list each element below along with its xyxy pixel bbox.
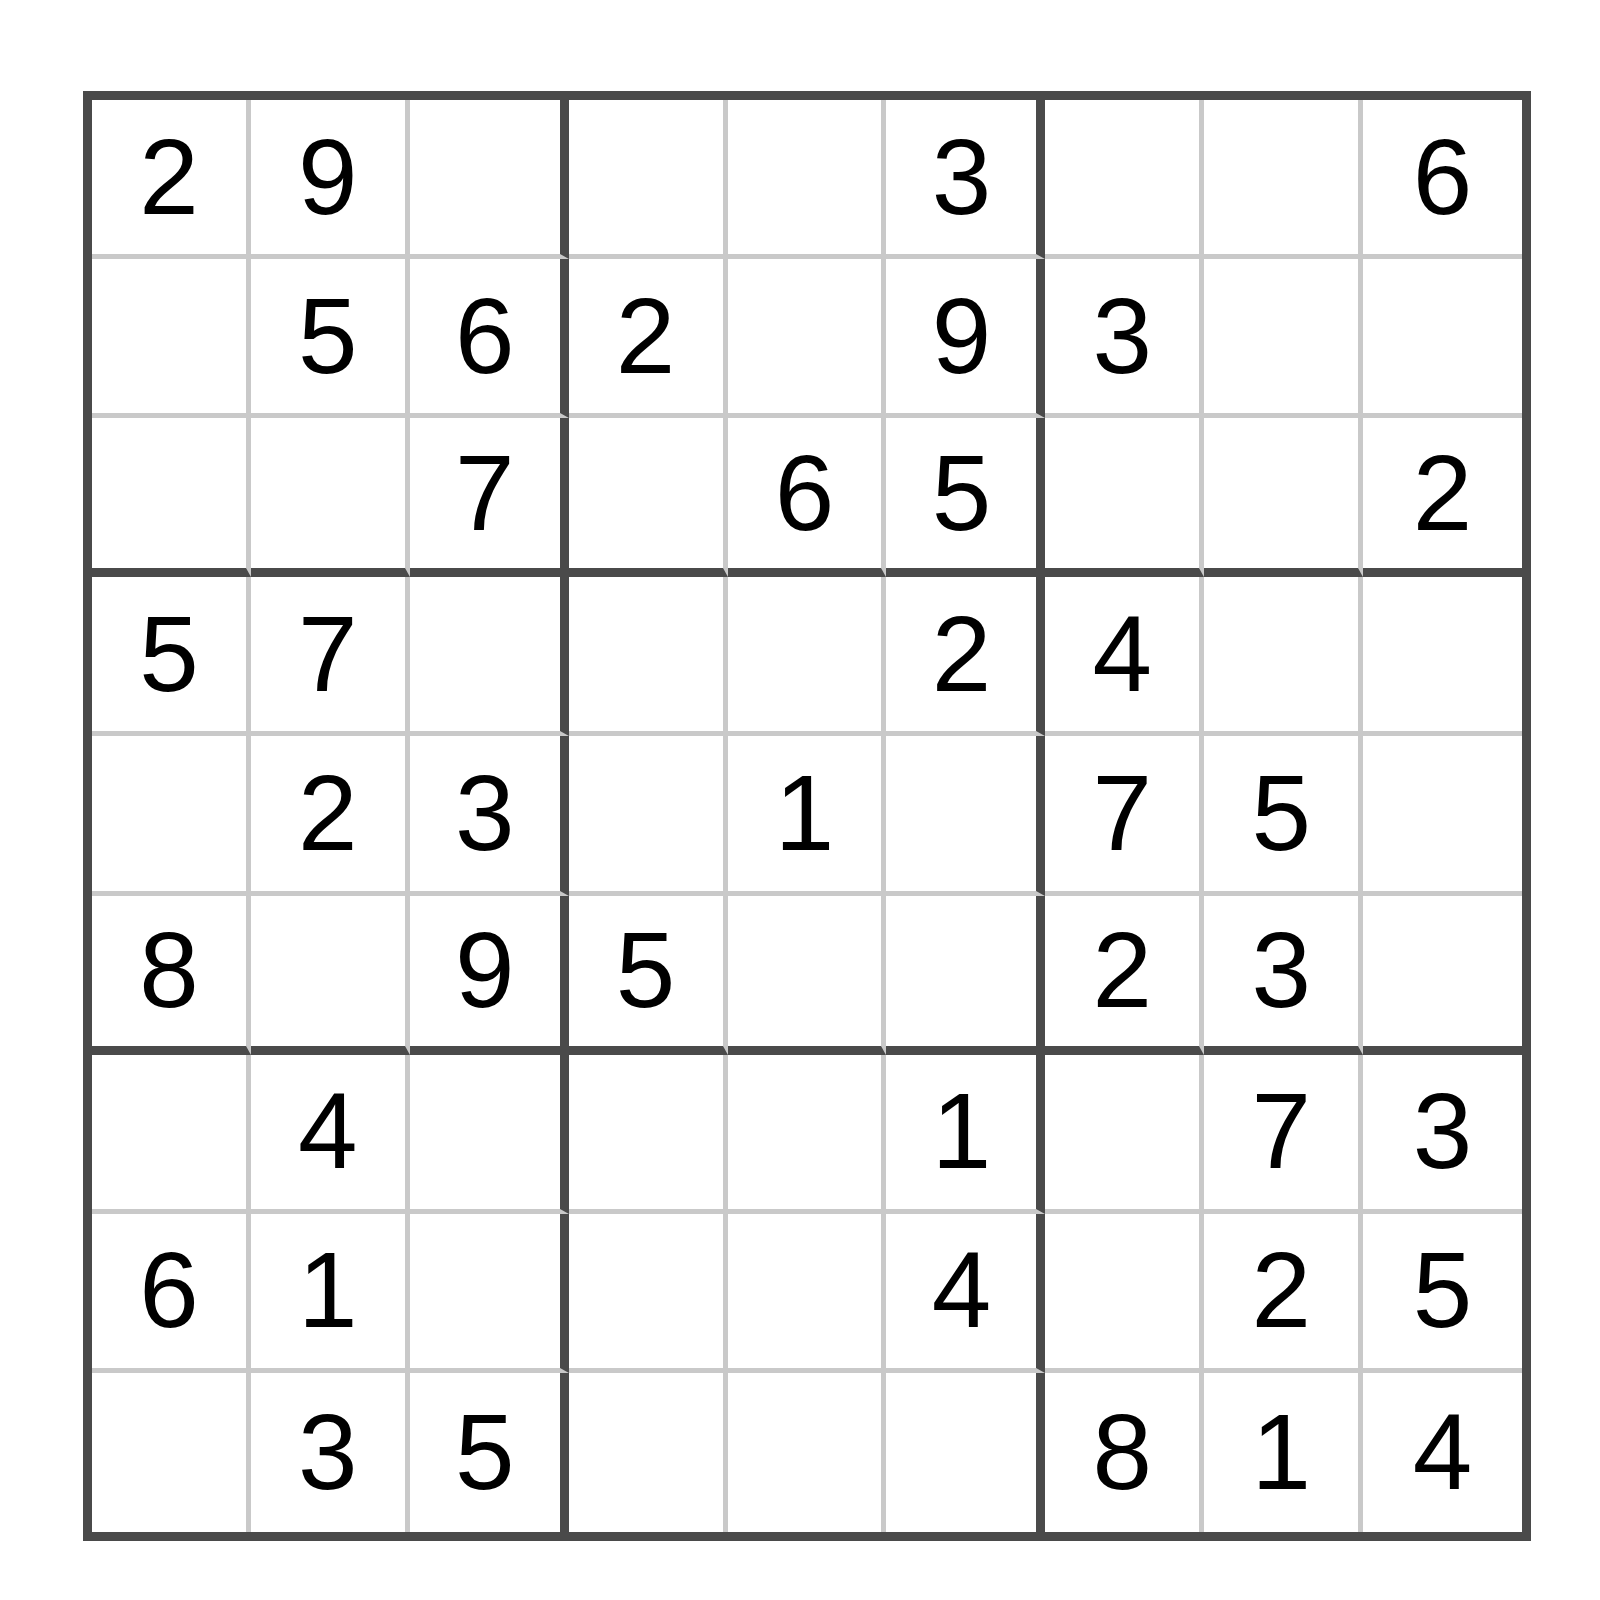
cell-r2c4[interactable]: 2: [569, 259, 728, 418]
cell-r2c6[interactable]: 9: [886, 259, 1045, 418]
cell-r2c9[interactable]: [1363, 259, 1522, 418]
cell-r2c7[interactable]: 3: [1045, 259, 1204, 418]
cell-r4c6[interactable]: 2: [886, 577, 1045, 736]
cell-r5c7[interactable]: 7: [1045, 736, 1204, 895]
cell-r1c9[interactable]: 6: [1363, 100, 1522, 259]
cell-r6c8[interactable]: 3: [1204, 896, 1363, 1055]
cell-r7c9[interactable]: 3: [1363, 1055, 1522, 1214]
cell-r8c8[interactable]: 2: [1204, 1214, 1363, 1373]
cell-r1c1[interactable]: 2: [92, 100, 251, 259]
cell-r6c1[interactable]: 8: [92, 896, 251, 1055]
sudoku-board: 2936562937652572423175895234173614253581…: [83, 91, 1531, 1541]
cell-r4c7[interactable]: 4: [1045, 577, 1204, 736]
cell-r7c6[interactable]: 1: [886, 1055, 1045, 1214]
cell-r2c8[interactable]: [1204, 259, 1363, 418]
cell-r6c4[interactable]: 5: [569, 896, 728, 1055]
cell-r8c3[interactable]: [410, 1214, 569, 1373]
cell-r2c2[interactable]: 5: [251, 259, 410, 418]
cell-r4c4[interactable]: [569, 577, 728, 736]
cell-r8c1[interactable]: 6: [92, 1214, 251, 1373]
cell-r8c4[interactable]: [569, 1214, 728, 1373]
cell-r3c7[interactable]: [1045, 418, 1204, 577]
cell-r8c2[interactable]: 1: [251, 1214, 410, 1373]
cell-r3c2[interactable]: [251, 418, 410, 577]
cell-r3c6[interactable]: 5: [886, 418, 1045, 577]
cell-r3c5[interactable]: 6: [728, 418, 887, 577]
cell-r7c1[interactable]: [92, 1055, 251, 1214]
cell-r3c1[interactable]: [92, 418, 251, 577]
cell-r7c4[interactable]: [569, 1055, 728, 1214]
cell-r8c5[interactable]: [728, 1214, 887, 1373]
page: 2936562937652572423175895234173614253581…: [0, 0, 1600, 1600]
cell-r4c1[interactable]: 5: [92, 577, 251, 736]
cell-r5c1[interactable]: [92, 736, 251, 895]
cell-r9c8[interactable]: 1: [1204, 1373, 1363, 1532]
cell-r7c5[interactable]: [728, 1055, 887, 1214]
cell-r7c3[interactable]: [410, 1055, 569, 1214]
cell-r5c2[interactable]: 2: [251, 736, 410, 895]
cell-r1c3[interactable]: [410, 100, 569, 259]
cell-r6c3[interactable]: 9: [410, 896, 569, 1055]
cell-r7c7[interactable]: [1045, 1055, 1204, 1214]
cell-r3c3[interactable]: 7: [410, 418, 569, 577]
cell-r4c9[interactable]: [1363, 577, 1522, 736]
cell-r7c2[interactable]: 4: [251, 1055, 410, 1214]
cell-r1c4[interactable]: [569, 100, 728, 259]
cell-r5c5[interactable]: 1: [728, 736, 887, 895]
cell-r1c8[interactable]: [1204, 100, 1363, 259]
cell-r6c2[interactable]: [251, 896, 410, 1055]
cell-r9c4[interactable]: [569, 1373, 728, 1532]
cell-r7c8[interactable]: 7: [1204, 1055, 1363, 1214]
cell-r8c9[interactable]: 5: [1363, 1214, 1522, 1373]
cell-r6c9[interactable]: [1363, 896, 1522, 1055]
cell-r1c6[interactable]: 3: [886, 100, 1045, 259]
cell-r4c2[interactable]: 7: [251, 577, 410, 736]
cell-r1c5[interactable]: [728, 100, 887, 259]
cell-r5c9[interactable]: [1363, 736, 1522, 895]
cell-r4c5[interactable]: [728, 577, 887, 736]
cell-r4c8[interactable]: [1204, 577, 1363, 736]
cell-r9c3[interactable]: 5: [410, 1373, 569, 1532]
cell-r4c3[interactable]: [410, 577, 569, 736]
cell-r9c5[interactable]: [728, 1373, 887, 1532]
cell-r5c3[interactable]: 3: [410, 736, 569, 895]
cell-r9c6[interactable]: [886, 1373, 1045, 1532]
cell-r8c6[interactable]: 4: [886, 1214, 1045, 1373]
cell-r9c2[interactable]: 3: [251, 1373, 410, 1532]
cell-r1c2[interactable]: 9: [251, 100, 410, 259]
cell-r9c7[interactable]: 8: [1045, 1373, 1204, 1532]
cell-r2c1[interactable]: [92, 259, 251, 418]
cell-r3c8[interactable]: [1204, 418, 1363, 577]
cell-r5c8[interactable]: 5: [1204, 736, 1363, 895]
cell-r9c9[interactable]: 4: [1363, 1373, 1522, 1532]
cell-r1c7[interactable]: [1045, 100, 1204, 259]
cell-r3c9[interactable]: 2: [1363, 418, 1522, 577]
cell-r6c7[interactable]: 2: [1045, 896, 1204, 1055]
cell-r5c4[interactable]: [569, 736, 728, 895]
cell-r6c5[interactable]: [728, 896, 887, 1055]
cell-r8c7[interactable]: [1045, 1214, 1204, 1373]
cell-r5c6[interactable]: [886, 736, 1045, 895]
cell-r9c1[interactable]: [92, 1373, 251, 1532]
cell-r2c3[interactable]: 6: [410, 259, 569, 418]
cell-r3c4[interactable]: [569, 418, 728, 577]
cell-r2c5[interactable]: [728, 259, 887, 418]
cell-r6c6[interactable]: [886, 896, 1045, 1055]
